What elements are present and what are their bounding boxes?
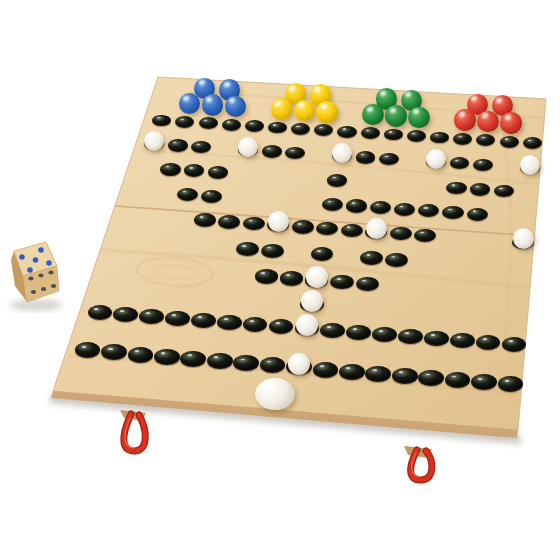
- barricade-white[interactable]: [513, 228, 534, 249]
- house-marble-blue-5[interactable]: [225, 96, 247, 118]
- goal-ball-white-large[interactable]: [255, 378, 295, 410]
- barricade-white[interactable]: [238, 137, 258, 157]
- barricade-white[interactable]: [366, 218, 387, 239]
- barricade-white[interactable]: [144, 131, 164, 151]
- marbles-layer: [0, 0, 560, 560]
- house-marble-red-3[interactable]: [454, 109, 476, 131]
- house-marble-blue-4[interactable]: [202, 94, 224, 116]
- barricade-white[interactable]: [268, 211, 289, 232]
- house-marble-yellow-5[interactable]: [316, 101, 338, 123]
- scene: [0, 0, 560, 560]
- barricade-white[interactable]: [288, 353, 311, 376]
- barricade-white[interactable]: [301, 290, 323, 312]
- house-marble-blue-3[interactable]: [179, 93, 201, 115]
- house-marble-green-5[interactable]: [408, 107, 430, 129]
- house-marble-red-4[interactable]: [477, 111, 499, 133]
- barricade-white[interactable]: [332, 143, 352, 163]
- house-marble-green-3[interactable]: [362, 104, 384, 126]
- house-marble-red-5[interactable]: [500, 112, 522, 134]
- house-marble-green-4[interactable]: [385, 105, 407, 127]
- barricade-white[interactable]: [520, 155, 540, 175]
- barricade-white[interactable]: [426, 149, 446, 169]
- house-marble-yellow-3[interactable]: [271, 98, 293, 120]
- house-marble-yellow-4[interactable]: [294, 100, 316, 122]
- barricade-white[interactable]: [306, 266, 328, 288]
- barricade-white[interactable]: [296, 314, 318, 336]
